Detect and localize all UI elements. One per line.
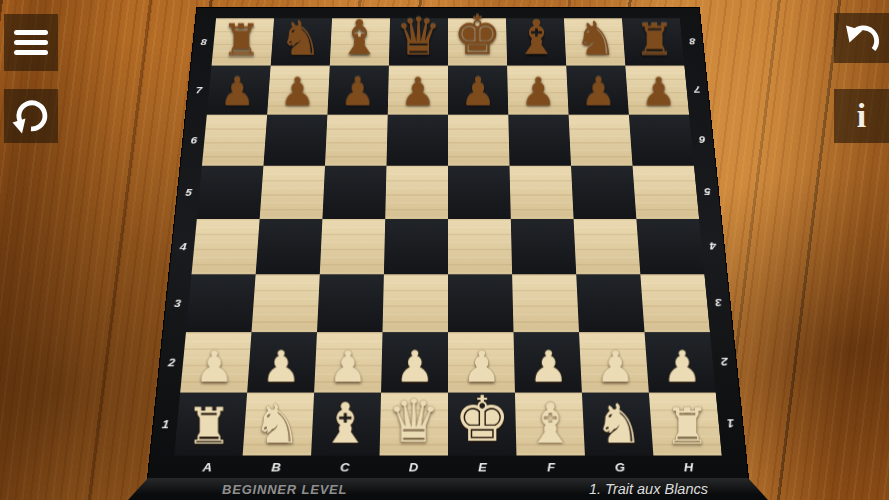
file-label-f: F bbox=[516, 456, 586, 478]
square-a2[interactable] bbox=[180, 332, 251, 392]
square-e4[interactable] bbox=[448, 219, 512, 274]
square-c6[interactable] bbox=[325, 115, 388, 166]
square-g7[interactable] bbox=[566, 66, 629, 115]
square-a1[interactable] bbox=[174, 393, 247, 456]
square-e1[interactable] bbox=[448, 393, 516, 456]
square-a6[interactable] bbox=[202, 115, 267, 166]
square-f2[interactable] bbox=[514, 332, 582, 392]
file-label-h: H bbox=[653, 456, 724, 478]
square-e7[interactable] bbox=[448, 66, 508, 115]
square-g8[interactable] bbox=[564, 18, 625, 65]
rotate-icon bbox=[10, 95, 52, 137]
square-f1[interactable] bbox=[515, 393, 585, 456]
square-c1[interactable] bbox=[311, 393, 381, 456]
undo-button[interactable] bbox=[834, 13, 889, 63]
file-label-b: B bbox=[241, 456, 311, 478]
square-g6[interactable] bbox=[569, 115, 633, 166]
square-d2[interactable] bbox=[381, 332, 448, 392]
square-d7[interactable] bbox=[388, 66, 448, 115]
square-h6[interactable] bbox=[629, 115, 694, 166]
square-f6[interactable] bbox=[508, 115, 571, 166]
square-f5[interactable] bbox=[510, 166, 574, 219]
square-a3[interactable] bbox=[186, 274, 256, 332]
square-b7[interactable] bbox=[267, 66, 330, 115]
info-button[interactable]: i bbox=[834, 89, 889, 143]
square-d6[interactable] bbox=[386, 115, 448, 166]
square-h3[interactable] bbox=[640, 274, 710, 332]
board-grid bbox=[174, 18, 722, 455]
square-f8[interactable] bbox=[506, 18, 566, 65]
square-g4[interactable] bbox=[574, 219, 641, 274]
square-b3[interactable] bbox=[251, 274, 319, 332]
square-b6[interactable] bbox=[263, 115, 327, 166]
square-c7[interactable] bbox=[327, 66, 388, 115]
square-h1[interactable] bbox=[649, 393, 722, 456]
square-g1[interactable] bbox=[582, 393, 653, 456]
square-g3[interactable] bbox=[576, 274, 644, 332]
square-d5[interactable] bbox=[385, 166, 448, 219]
square-e5[interactable] bbox=[448, 166, 511, 219]
board-scene: 87654321 87654321 ABCDEFGH ♜♞♝♛♚♝♞♜♟♟♟♟♟… bbox=[148, 0, 748, 478]
square-e6[interactable] bbox=[448, 115, 510, 166]
square-h7[interactable] bbox=[625, 66, 689, 115]
square-d4[interactable] bbox=[384, 219, 448, 274]
square-b8[interactable] bbox=[271, 18, 332, 65]
square-f4[interactable] bbox=[511, 219, 576, 274]
square-b5[interactable] bbox=[260, 166, 325, 219]
board-front-face: BEGINNER LEVEL 1. Trait aux Blancs bbox=[118, 478, 780, 500]
chess-board[interactable]: 87654321 87654321 ABCDEFGH ♜♞♝♛♚♝♞♜♟♟♟♟♟… bbox=[148, 8, 748, 478]
square-b1[interactable] bbox=[243, 393, 314, 456]
info-icon: i bbox=[857, 99, 866, 133]
square-h5[interactable] bbox=[633, 166, 700, 219]
hamburger-menu-icon bbox=[14, 30, 48, 55]
turn-indicator-label: 1. Trait aux Blancs bbox=[589, 481, 708, 497]
file-label-c: C bbox=[310, 456, 380, 478]
file-labels-bottom: ABCDEFGH bbox=[172, 456, 724, 478]
square-c4[interactable] bbox=[320, 219, 385, 274]
square-b4[interactable] bbox=[256, 219, 323, 274]
square-c3[interactable] bbox=[317, 274, 384, 332]
rotate-board-button[interactable] bbox=[4, 89, 58, 143]
square-f7[interactable] bbox=[507, 66, 568, 115]
file-label-d: D bbox=[379, 456, 448, 478]
square-b2[interactable] bbox=[247, 332, 317, 392]
undo-arrow-icon bbox=[841, 18, 883, 58]
square-e2[interactable] bbox=[448, 332, 515, 392]
difficulty-level-label: BEGINNER LEVEL bbox=[222, 482, 347, 497]
square-a5[interactable] bbox=[197, 166, 264, 219]
square-c2[interactable] bbox=[314, 332, 382, 392]
menu-button[interactable] bbox=[4, 14, 58, 71]
square-h4[interactable] bbox=[636, 219, 704, 274]
square-a4[interactable] bbox=[192, 219, 260, 274]
square-e3[interactable] bbox=[448, 274, 514, 332]
square-a8[interactable] bbox=[212, 18, 275, 65]
square-e8[interactable] bbox=[448, 18, 507, 65]
file-label-a: A bbox=[172, 456, 243, 478]
square-c8[interactable] bbox=[330, 18, 390, 65]
square-f3[interactable] bbox=[512, 274, 579, 332]
square-g2[interactable] bbox=[579, 332, 649, 392]
file-label-g: G bbox=[585, 456, 655, 478]
file-label-e: E bbox=[448, 456, 517, 478]
square-d1[interactable] bbox=[380, 393, 448, 456]
square-h2[interactable] bbox=[645, 332, 716, 392]
square-c5[interactable] bbox=[322, 166, 386, 219]
square-g5[interactable] bbox=[571, 166, 636, 219]
square-a7[interactable] bbox=[207, 66, 271, 115]
square-d8[interactable] bbox=[389, 18, 448, 65]
square-d3[interactable] bbox=[382, 274, 448, 332]
square-h8[interactable] bbox=[622, 18, 685, 65]
